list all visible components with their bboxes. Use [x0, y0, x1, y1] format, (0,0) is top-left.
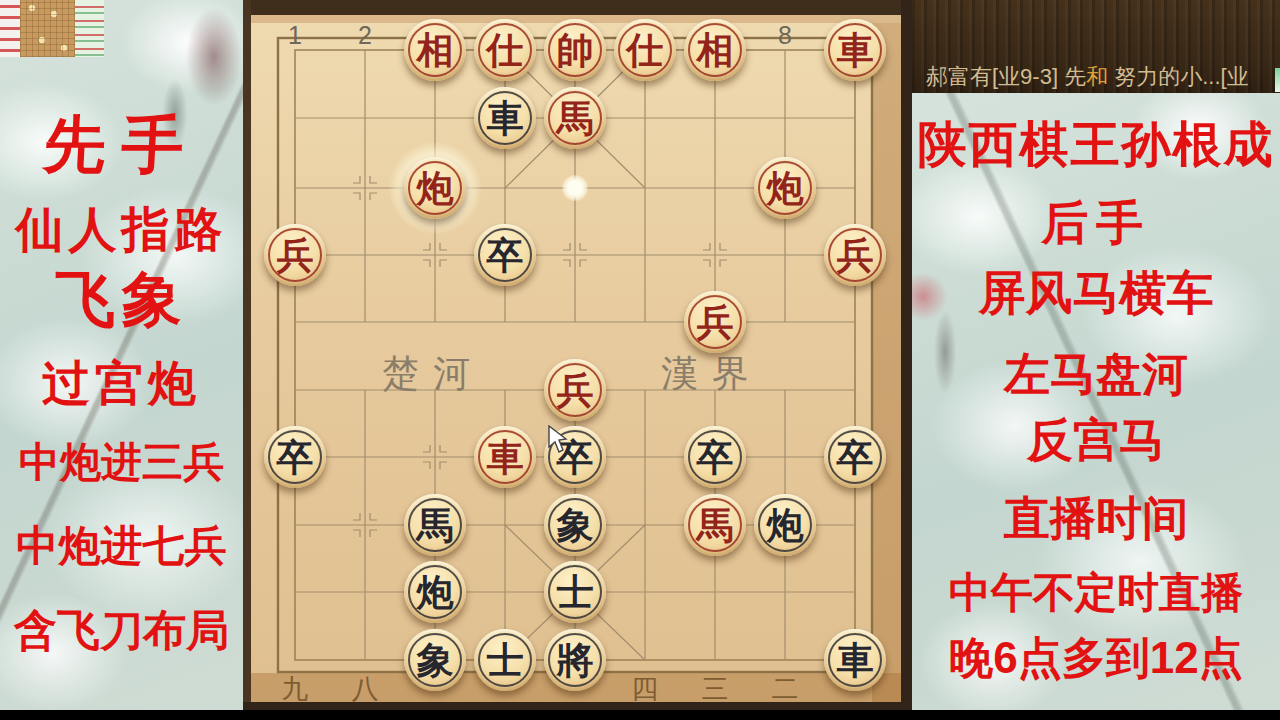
river-label-left: 楚河 — [382, 352, 484, 395]
file-label-bottom-2: 八 — [352, 673, 379, 704]
piece-glyph: 炮 — [767, 170, 804, 207]
left-text-panel: 先手 仙人指路 飞象 过宫炮 中炮进三兵 中炮进七兵 含飞刀布局 — [0, 0, 243, 710]
file-label-bottom-1: 九 — [282, 673, 309, 704]
piece-glyph: 兵 — [277, 237, 314, 274]
piece-red-馬[interactable]: 馬 — [544, 87, 606, 149]
piece-red-相[interactable]: 相 — [404, 19, 466, 81]
file-label-bottom-6: 四 — [632, 673, 659, 704]
right-line-live-time-2: 晚6点多到12点 — [912, 634, 1280, 682]
piece-glyph: 馬 — [557, 100, 594, 137]
right-line-opening-3: 反宫马 — [912, 416, 1280, 466]
piece-glyph: 仕 — [627, 32, 664, 69]
file-label-top-2: 2 — [358, 21, 372, 49]
piece-black-卒[interactable]: 卒 — [264, 426, 326, 488]
piece-glyph: 卒 — [487, 237, 524, 274]
piece-glyph: 帥 — [557, 32, 594, 69]
thumbnail-mini-board — [20, 0, 75, 57]
piece-red-車[interactable]: 車 — [474, 426, 536, 488]
piece-red-兵[interactable]: 兵 — [824, 224, 886, 286]
piece-black-象[interactable]: 象 — [544, 494, 606, 556]
piece-red-帥[interactable]: 帥 — [544, 19, 606, 81]
piece-black-象[interactable]: 象 — [404, 629, 466, 691]
right-line-live-time-1: 中午不定时直播 — [912, 570, 1280, 615]
river-label-right: 漢界 — [661, 352, 763, 395]
mouse-cursor — [548, 425, 570, 455]
piece-glyph: 卒 — [697, 439, 734, 476]
piece-glyph: 炮 — [767, 507, 804, 544]
left-line-opening-2: 飞象 — [0, 268, 243, 333]
piece-black-卒[interactable]: 卒 — [824, 426, 886, 488]
piece-black-車[interactable]: 車 — [474, 87, 536, 149]
left-line-opening-6: 含飞刀布局 — [0, 607, 243, 653]
piece-black-士[interactable]: 士 — [544, 561, 606, 623]
piece-glyph: 車 — [837, 642, 874, 679]
piece-glyph: 相 — [417, 32, 454, 69]
piece-glyph: 兵 — [837, 237, 874, 274]
file-label-bottom-7: 三 — [702, 673, 729, 704]
left-line-opening-5: 中炮进七兵 — [0, 523, 243, 568]
piece-glyph: 卒 — [277, 439, 314, 476]
piece-red-仕[interactable]: 仕 — [614, 19, 676, 81]
piece-black-士[interactable]: 士 — [474, 629, 536, 691]
piece-glyph: 士 — [557, 574, 594, 611]
piece-glyph: 炮 — [417, 170, 454, 207]
piece-glyph: 兵 — [557, 372, 594, 409]
piece-black-卒[interactable]: 卒 — [474, 224, 536, 286]
piece-red-炮[interactable]: 炮 — [404, 157, 466, 219]
file-label-top-1: 1 — [288, 21, 302, 49]
right-text-panel: 陕西棋王孙根成 后手 屏风马横车 左马盘河 反宫马 直播时间 中午不定时直播 晚… — [912, 93, 1280, 710]
piece-glyph: 相 — [697, 32, 734, 69]
piece-red-相[interactable]: 相 — [684, 19, 746, 81]
right-line-opening-1: 屏风马横车 — [912, 268, 1280, 319]
piece-glyph: 象 — [417, 642, 454, 679]
piece-black-卒[interactable]: 卒 — [684, 426, 746, 488]
left-line-opening-3: 过宫炮 — [0, 358, 243, 410]
piece-red-車[interactable]: 車 — [824, 19, 886, 81]
result-highlight: 和 — [1086, 64, 1108, 89]
piece-glyph: 車 — [487, 100, 524, 137]
piece-glyph: 車 — [487, 439, 524, 476]
piece-glyph: 馬 — [697, 507, 734, 544]
piece-glyph: 炮 — [417, 574, 454, 611]
piece-glyph: 車 — [837, 32, 874, 69]
piece-red-馬[interactable]: 馬 — [684, 494, 746, 556]
piece-black-炮[interactable]: 炮 — [404, 561, 466, 623]
piece-red-仕[interactable]: 仕 — [474, 19, 536, 81]
piece-black-車[interactable]: 車 — [824, 629, 886, 691]
left-line-opening-4: 中炮进三兵 — [0, 440, 243, 484]
piece-red-兵[interactable]: 兵 — [264, 224, 326, 286]
piece-glyph: 馬 — [417, 507, 454, 544]
piece-black-將[interactable]: 將 — [544, 629, 606, 691]
left-line-opening-1: 仙人指路 — [0, 204, 243, 256]
piece-glyph: 士 — [487, 642, 524, 679]
piece-red-兵[interactable]: 兵 — [684, 291, 746, 353]
match-result-text: 郝富有[业9-3] 先和 努力的小...[业 — [926, 62, 1249, 92]
stream-frame: 先手 仙人指路 飞象 过宫炮 中炮进三兵 中炮进七兵 含飞刀布局 — [0, 0, 1280, 720]
left-line-first-move: 先手 — [0, 112, 245, 179]
last-move-from-marker — [562, 175, 588, 201]
bottom-letterbox — [0, 710, 1280, 720]
xiangqi-board[interactable]: 128九八四三二楚河漢界 相仕帥仕相車車馬炮炮兵卒兵兵兵卒車卒卒卒馬象馬炮炮士象… — [243, 0, 912, 710]
opponent-info-band: 郝富有[业9-3] 先和 努力的小...[业 — [912, 0, 1280, 93]
right-line-second-move: 后手 — [912, 198, 1280, 249]
piece-glyph: 卒 — [837, 439, 874, 476]
thumbnail-right-strip — [75, 0, 104, 57]
piece-glyph: 兵 — [697, 304, 734, 341]
file-label-top-8: 8 — [778, 21, 792, 49]
player-name-text: 郝富有[业9-3] 先 — [926, 64, 1086, 89]
piece-glyph: 將 — [557, 642, 594, 679]
clipped-badge-icon — [1275, 68, 1280, 92]
right-line-opening-2: 左马盘河 — [912, 350, 1280, 400]
thumbnail-left-strip — [0, 0, 20, 57]
piece-red-炮[interactable]: 炮 — [754, 157, 816, 219]
piece-black-炮[interactable]: 炮 — [754, 494, 816, 556]
piece-glyph: 仕 — [487, 32, 524, 69]
piece-red-兵[interactable]: 兵 — [544, 359, 606, 421]
piece-glyph: 象 — [557, 507, 594, 544]
opponent-name-text: 努力的小...[业 — [1108, 64, 1249, 89]
right-line-title: 陕西棋王孙根成 — [912, 118, 1280, 171]
right-line-live-title: 直播时间 — [912, 494, 1280, 544]
file-label-bottom-8: 二 — [772, 673, 799, 704]
piece-black-馬[interactable]: 馬 — [404, 494, 466, 556]
stream-thumbnail — [0, 0, 110, 57]
